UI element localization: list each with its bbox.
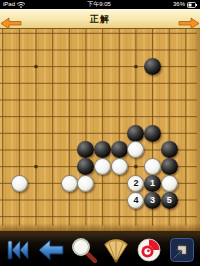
next-board-icon: [169, 237, 195, 263]
bottom-toolbar: [0, 233, 200, 266]
page-title: 正解: [0, 13, 200, 26]
fan-icon: [102, 237, 130, 263]
magnifier-button[interactable]: [69, 235, 98, 264]
white-stone: [61, 175, 78, 192]
black-stone-move-5: 5: [161, 192, 178, 209]
status-left: iPad: [3, 0, 25, 9]
white-stone-move-4: 4: [127, 192, 144, 209]
prev-problem-arrow[interactable]: [0, 17, 22, 29]
white-stone: [161, 175, 178, 192]
fan-hint-button[interactable]: [102, 235, 131, 264]
battery-icon: [187, 2, 197, 8]
back-arrow-icon: [37, 238, 65, 262]
next-problem-arrow[interactable]: [178, 17, 200, 29]
white-stone: [111, 158, 128, 175]
go-board[interactable]: 21435: [0, 29, 200, 233]
wifi-icon: [17, 2, 25, 8]
status-right: 36%: [173, 0, 197, 9]
white-stone: [11, 175, 28, 192]
magnifier-icon: [71, 237, 97, 263]
black-stone-move-3: 3: [144, 192, 161, 209]
battery-percent: 36%: [173, 0, 185, 9]
status-bar: iPad 下午9:05 36%: [0, 0, 200, 9]
black-stone-move-1: 1: [144, 175, 161, 192]
status-time: 下午9:05: [87, 0, 111, 9]
back-button[interactable]: [36, 235, 65, 264]
black-stone: [161, 158, 178, 175]
skip-to-start-button[interactable]: [4, 235, 33, 264]
carrier-label: iPad: [3, 0, 15, 9]
weibo-icon: [136, 237, 162, 263]
app-screen: iPad 下午9:05 36% 正解 21435: [0, 0, 200, 266]
title-bar: 正解: [0, 9, 200, 29]
next-board-button[interactable]: [167, 235, 196, 264]
weibo-share-button[interactable]: [134, 235, 163, 264]
skip-to-start-icon: [6, 239, 30, 261]
black-stone: [144, 125, 161, 142]
